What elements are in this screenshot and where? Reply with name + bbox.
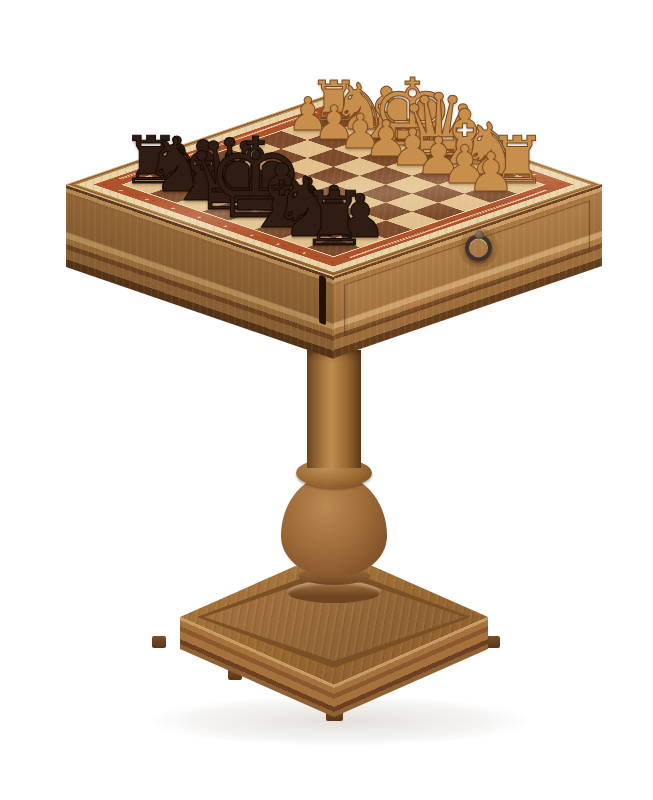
- pedestal-column: [307, 350, 361, 468]
- base-foot: [152, 636, 166, 648]
- drawer-gap: [319, 275, 326, 325]
- drawer-ring-pull-icon: [465, 234, 492, 261]
- base-foot: [486, 636, 500, 648]
- pedestal-vase: [281, 474, 387, 576]
- chess-table-photo: ♜♞♝♚♛♝♞♜♟♟♟♟♟♟♟♟♟♟♟♟♟♟♟♟♜♞♝♛♚♝♞♜: [0, 0, 653, 800]
